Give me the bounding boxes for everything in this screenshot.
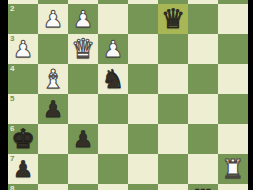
white-pawn[interactable]: ♟ [98,34,128,64]
white-pawn[interactable]: ♟ [38,4,68,34]
square-e5[interactable] [98,94,128,124]
square-a7[interactable]: ♜ [218,154,248,184]
square-c2[interactable]: ♛ [158,4,188,34]
square-c7[interactable] [158,154,188,184]
square-f3[interactable]: ♛ [68,34,98,64]
square-h7[interactable]: 7♟ [8,154,38,184]
square-d6[interactable] [128,124,158,154]
square-g8[interactable] [38,184,68,190]
square-c8[interactable] [158,184,188,190]
square-f8[interactable] [68,184,98,190]
square-g3[interactable] [38,34,68,64]
black-rook[interactable]: ♜ [188,184,218,190]
square-f5[interactable] [68,94,98,124]
square-b3[interactable] [188,34,218,64]
square-b6[interactable] [188,124,218,154]
square-h8[interactable]: 8 [8,184,38,190]
square-a3[interactable] [218,34,248,64]
rank-label-2: 2 [10,5,14,13]
square-g5[interactable]: ♟ [38,94,68,124]
square-g7[interactable] [38,154,68,184]
square-d2[interactable] [128,4,158,34]
square-e7[interactable] [98,154,128,184]
square-h4[interactable]: 4 [8,64,38,94]
chess-board-viewport: ♚2♟♟♛3♟♛♟4♝♞5♟6♚♟7♟♜8♜ [0,0,253,190]
square-d4[interactable] [128,64,158,94]
square-b4[interactable] [188,64,218,94]
square-b5[interactable] [188,94,218,124]
white-rook[interactable]: ♜ [218,154,248,184]
square-c5[interactable] [158,94,188,124]
square-f6[interactable]: ♟ [68,124,98,154]
square-g6[interactable] [38,124,68,154]
square-c4[interactable] [158,64,188,94]
square-f2[interactable]: ♟ [68,4,98,34]
square-c3[interactable] [158,34,188,64]
black-pawn[interactable]: ♟ [38,94,68,124]
white-bishop[interactable]: ♝ [38,64,68,94]
square-e4[interactable]: ♞ [98,64,128,94]
square-h6[interactable]: 6♚ [8,124,38,154]
rank-label-5: 5 [10,95,14,103]
square-a4[interactable] [218,64,248,94]
white-queen[interactable]: ♛ [68,34,98,64]
square-d5[interactable] [128,94,158,124]
square-b8[interactable]: ♜ [188,184,218,190]
rank-label-4: 4 [10,65,14,73]
square-a6[interactable] [218,124,248,154]
square-e3[interactable]: ♟ [98,34,128,64]
square-d7[interactable] [128,154,158,184]
square-b7[interactable] [188,154,218,184]
square-d8[interactable] [128,184,158,190]
black-knight[interactable]: ♞ [98,64,128,94]
square-b2[interactable] [188,4,218,34]
square-c6[interactable] [158,124,188,154]
square-a8[interactable] [218,184,248,190]
square-d3[interactable] [128,34,158,64]
square-h2[interactable]: 2 [8,4,38,34]
white-pawn[interactable]: ♟ [68,4,98,34]
square-g2[interactable]: ♟ [38,4,68,34]
square-g4[interactable]: ♝ [38,64,68,94]
black-queen[interactable]: ♛ [158,4,188,34]
black-pawn[interactable]: ♟ [8,154,38,184]
chess-board: ♚2♟♟♛3♟♛♟4♝♞5♟6♚♟7♟♜8♜ [8,0,248,190]
rank-label-8: 8 [10,185,14,190]
square-e6[interactable] [98,124,128,154]
square-f4[interactable] [68,64,98,94]
square-a5[interactable] [218,94,248,124]
square-e8[interactable] [98,184,128,190]
square-a2[interactable] [218,4,248,34]
square-f7[interactable] [68,154,98,184]
square-e2[interactable] [98,4,128,34]
white-pawn[interactable]: ♟ [8,34,38,64]
black-pawn[interactable]: ♟ [68,124,98,154]
square-h3[interactable]: 3♟ [8,34,38,64]
black-king[interactable]: ♚ [8,124,38,154]
square-h5[interactable]: 5 [8,94,38,124]
